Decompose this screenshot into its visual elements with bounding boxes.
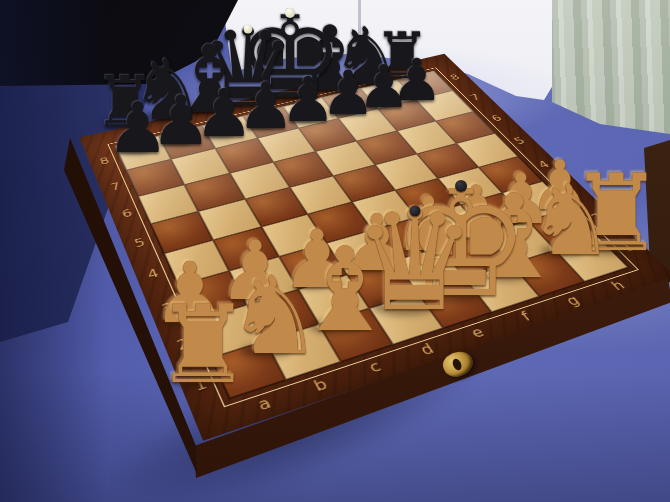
photo-scene: aabbccddeeffgghh1122334455667788 ♜♞♝♚♟♛♟… (0, 0, 670, 502)
white-rook-a1[interactable]: ♜ (155, 291, 252, 399)
black-pawn-a7[interactable]: ♟ (107, 93, 170, 163)
piece-layer: ♜♞♝♚♟♛♟♝♟♞♟♜♟♟♟♟♟♟♟♟♜♞♟♝♟♚♟♛♟♝♞♜ (0, 0, 670, 502)
black-finial-d1 (410, 206, 421, 217)
